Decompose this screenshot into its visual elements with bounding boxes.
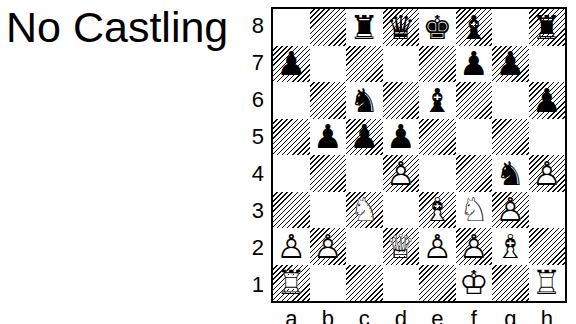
file-label-f: f: [456, 303, 493, 324]
square-h1[interactable]: ♜♖: [529, 265, 566, 302]
piece-glyph-outline: ♖: [529, 265, 566, 302]
square-f6[interactable]: [456, 82, 493, 119]
piece-black-pawn: ♟: [529, 82, 566, 119]
square-e5[interactable]: [419, 119, 456, 156]
piece-glyph: ♝: [419, 82, 456, 119]
square-f5[interactable]: [456, 119, 493, 156]
piece-white-king: ♚♔: [456, 265, 493, 302]
piece-glyph: ♟: [273, 46, 310, 83]
square-e6[interactable]: ♝: [419, 82, 456, 119]
square-a7[interactable]: ♟: [273, 46, 310, 83]
piece-glyph-outline: ♘: [456, 192, 493, 229]
piece-glyph: ♟: [383, 119, 420, 156]
rank-label-2: 2: [246, 229, 271, 266]
piece-white-queen: ♛♕: [383, 228, 420, 265]
square-a8[interactable]: [273, 9, 310, 46]
piece-glyph: ♞: [492, 155, 529, 192]
piece-glyph: ♝: [456, 9, 493, 46]
rank-labels: 87654321: [246, 7, 271, 303]
piece-white-rook: ♜♖: [273, 265, 310, 302]
square-g4[interactable]: ♞: [492, 155, 529, 192]
square-b8[interactable]: [310, 9, 347, 46]
square-d6[interactable]: [383, 82, 420, 119]
square-b2[interactable]: ♟♙: [310, 228, 347, 265]
square-b3[interactable]: [310, 192, 347, 229]
square-f7[interactable]: ♟: [456, 46, 493, 83]
board-corner-spacer: [246, 303, 271, 324]
square-a3[interactable]: [273, 192, 310, 229]
piece-glyph: ♜: [346, 9, 383, 46]
square-h7[interactable]: [529, 46, 566, 83]
piece-black-pawn: ♟: [310, 119, 347, 156]
square-d1[interactable]: [383, 265, 420, 302]
piece-black-king: ♚: [419, 9, 456, 46]
square-a5[interactable]: [273, 119, 310, 156]
square-b4[interactable]: [310, 155, 347, 192]
square-f4[interactable]: [456, 155, 493, 192]
piece-glyph-outline: ♙: [492, 192, 529, 229]
piece-glyph: ♟: [492, 46, 529, 83]
piece-glyph-outline: ♗: [492, 228, 529, 265]
rank-label-4: 4: [246, 155, 271, 192]
rank-label-7: 7: [246, 44, 271, 81]
piece-black-queen: ♛: [383, 9, 420, 46]
square-h6[interactable]: ♟: [529, 82, 566, 119]
file-label-a: a: [273, 303, 310, 324]
piece-white-pawn: ♟♙: [456, 228, 493, 265]
piece-white-bishop: ♝♗: [492, 228, 529, 265]
file-label-h: h: [529, 303, 566, 324]
piece-black-knight: ♞: [346, 82, 383, 119]
file-label-g: g: [492, 303, 529, 324]
file-labels: abcdefgh: [273, 303, 567, 324]
square-a6[interactable]: [273, 82, 310, 119]
square-h8[interactable]: ♜: [529, 9, 566, 46]
piece-white-pawn: ♟♙: [419, 228, 456, 265]
square-c1[interactable]: [346, 265, 383, 302]
piece-black-knight: ♞: [492, 155, 529, 192]
square-f8[interactable]: ♝: [456, 9, 493, 46]
square-h3[interactable]: [529, 192, 566, 229]
piece-glyph-outline: ♙: [273, 228, 310, 265]
rank-label-6: 6: [246, 81, 271, 118]
piece-glyph-outline: ♔: [456, 265, 493, 302]
piece-black-pawn: ♟: [346, 119, 383, 156]
rank-label-5: 5: [246, 118, 271, 155]
piece-white-pawn: ♟♙: [273, 228, 310, 265]
square-b1[interactable]: [310, 265, 347, 302]
square-d5[interactable]: ♟: [383, 119, 420, 156]
piece-glyph-outline: ♙: [419, 228, 456, 265]
square-c7[interactable]: [346, 46, 383, 83]
piece-white-pawn: ♟♙: [383, 155, 420, 192]
square-c4[interactable]: [346, 155, 383, 192]
piece-black-bishop: ♝: [419, 82, 456, 119]
square-c5[interactable]: ♟: [346, 119, 383, 156]
piece-black-pawn: ♟: [492, 46, 529, 83]
square-c8[interactable]: ♜: [346, 9, 383, 46]
rank-label-8: 8: [246, 7, 271, 44]
piece-white-bishop: ♝♗: [419, 192, 456, 229]
square-d2[interactable]: ♛♕: [383, 228, 420, 265]
chess-diagram: 87654321 ♜♛♚♝♜♟♟♟♞♝♟♟♟♟♟♙♞♟♙♞♘♝♗♞♘♟♙♟♙♟♙…: [246, 7, 567, 324]
rank-label-3: 3: [246, 192, 271, 229]
piece-glyph: ♛: [383, 9, 420, 46]
piece-black-pawn: ♟: [456, 46, 493, 83]
chess-board: ♜♛♚♝♜♟♟♟♞♝♟♟♟♟♟♙♞♟♙♞♘♝♗♞♘♟♙♟♙♟♙♛♕♟♙♟♙♝♗♜…: [271, 7, 567, 303]
piece-white-knight: ♞♘: [346, 192, 383, 229]
piece-white-rook: ♜♖: [529, 265, 566, 302]
square-d3[interactable]: [383, 192, 420, 229]
square-c2[interactable]: [346, 228, 383, 265]
square-d8[interactable]: ♛: [383, 9, 420, 46]
file-label-c: c: [346, 303, 383, 324]
square-g2[interactable]: ♝♗: [492, 228, 529, 265]
square-h2[interactable]: [529, 228, 566, 265]
slide: No Castling 87654321 ♜♛♚♝♜♟♟♟♞♝♟♟♟♟♟♙♞♟♙…: [0, 0, 576, 324]
piece-white-pawn: ♟♙: [310, 228, 347, 265]
square-e3[interactable]: ♝♗: [419, 192, 456, 229]
piece-black-pawn: ♟: [273, 46, 310, 83]
piece-black-bishop: ♝: [456, 9, 493, 46]
piece-black-pawn: ♟: [383, 119, 420, 156]
square-h5[interactable]: [529, 119, 566, 156]
piece-black-rook: ♜: [529, 9, 566, 46]
piece-glyph-outline: ♕: [383, 228, 420, 265]
piece-glyph: ♟: [346, 119, 383, 156]
piece-glyph-outline: ♙: [383, 155, 420, 192]
square-f1[interactable]: ♚♔: [456, 265, 493, 302]
piece-glyph: ♜: [529, 9, 566, 46]
square-a4[interactable]: [273, 155, 310, 192]
square-g8[interactable]: [492, 9, 529, 46]
piece-glyph-outline: ♙: [310, 228, 347, 265]
square-e7[interactable]: [419, 46, 456, 83]
rank-label-1: 1: [246, 266, 271, 303]
piece-glyph-outline: ♖: [273, 265, 310, 302]
piece-glyph: ♟: [529, 82, 566, 119]
square-e8[interactable]: ♚: [419, 9, 456, 46]
piece-white-pawn: ♟♙: [529, 155, 566, 192]
square-g7[interactable]: ♟: [492, 46, 529, 83]
piece-white-knight: ♞♘: [456, 192, 493, 229]
piece-glyph: ♟: [456, 46, 493, 83]
square-c6[interactable]: ♞: [346, 82, 383, 119]
file-label-d: d: [383, 303, 420, 324]
piece-glyph: ♞: [346, 82, 383, 119]
piece-glyph: ♟: [310, 119, 347, 156]
square-e2[interactable]: ♟♙: [419, 228, 456, 265]
square-b5[interactable]: ♟: [310, 119, 347, 156]
square-e1[interactable]: [419, 265, 456, 302]
square-c3[interactable]: ♞♘: [346, 192, 383, 229]
file-label-b: b: [310, 303, 347, 324]
square-g5[interactable]: [492, 119, 529, 156]
page-title: No Castling: [6, 2, 228, 54]
square-f2[interactable]: ♟♙: [456, 228, 493, 265]
square-f3[interactable]: ♞♘: [456, 192, 493, 229]
piece-black-rook: ♜: [346, 9, 383, 46]
square-h4[interactable]: ♟♙: [529, 155, 566, 192]
square-d4[interactable]: ♟♙: [383, 155, 420, 192]
square-g6[interactable]: [492, 82, 529, 119]
square-a2[interactable]: ♟♙: [273, 228, 310, 265]
square-e4[interactable]: [419, 155, 456, 192]
piece-white-pawn: ♟♙: [492, 192, 529, 229]
square-b6[interactable]: [310, 82, 347, 119]
square-a1[interactable]: ♜♖: [273, 265, 310, 302]
piece-glyph-outline: ♙: [456, 228, 493, 265]
square-d7[interactable]: [383, 46, 420, 83]
square-b7[interactable]: [310, 46, 347, 83]
piece-glyph-outline: ♗: [419, 192, 456, 229]
piece-glyph-outline: ♘: [346, 192, 383, 229]
square-g3[interactable]: ♟♙: [492, 192, 529, 229]
piece-glyph: ♚: [419, 9, 456, 46]
square-g1[interactable]: [492, 265, 529, 302]
file-label-e: e: [419, 303, 456, 324]
piece-glyph-outline: ♙: [529, 155, 566, 192]
